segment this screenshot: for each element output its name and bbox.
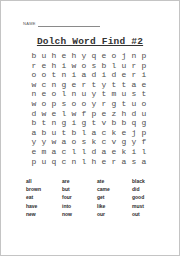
- grid-cell-r10c8[interactable]: c: [99, 137, 109, 147]
- grid-cell-r9c11[interactable]: j: [129, 128, 139, 138]
- grid-cell-r1c3[interactable]: h: [49, 51, 59, 61]
- grid-cell-r9c5[interactable]: b: [69, 128, 79, 138]
- grid-cell-r9c12[interactable]: p: [139, 128, 149, 138]
- word-list-item: our: [97, 210, 132, 218]
- grid-cell-r10c9[interactable]: v: [109, 137, 119, 147]
- grid-cell-r12c11[interactable]: s: [129, 157, 139, 167]
- grid-cell-r5c5[interactable]: n: [69, 89, 79, 99]
- grid-cell-r10c11[interactable]: y: [129, 137, 139, 147]
- grid-cell-r12c5[interactable]: n: [69, 157, 79, 167]
- grid-cell-r12c8[interactable]: e: [99, 157, 109, 167]
- worksheet-page: NAME Dolch Word Find #2 buhehyqeojnprehi…: [0, 0, 180, 256]
- grid-cell-r2c5[interactable]: w: [69, 61, 79, 71]
- grid-cell-r2c2[interactable]: e: [39, 61, 49, 71]
- grid-cell-r6c9[interactable]: g: [109, 99, 119, 109]
- grid-cell-r10c2[interactable]: y: [39, 137, 49, 147]
- grid-cell-r6c10[interactable]: t: [119, 99, 129, 109]
- word-list-item: into: [62, 202, 97, 210]
- grid-cell-r3c9[interactable]: d: [109, 70, 119, 80]
- grid-cell-r6c12[interactable]: o: [139, 99, 149, 109]
- grid-cell-r10c1[interactable]: y: [29, 137, 39, 147]
- grid-cell-r2c8[interactable]: b: [99, 61, 109, 71]
- grid-cell-r7c3[interactable]: e: [49, 109, 59, 119]
- word-list-item: ate: [97, 177, 132, 185]
- grid-cell-r12c9[interactable]: r: [109, 157, 119, 167]
- grid-cell-r9c3[interactable]: u: [49, 128, 59, 138]
- grid-cell-r2c7[interactable]: s: [89, 61, 99, 71]
- grid-cell-r8c10[interactable]: b: [119, 118, 129, 128]
- grid-cell-r7c11[interactable]: d: [129, 109, 139, 119]
- grid-cell-r1c7[interactable]: q: [89, 51, 99, 61]
- grid-cell-r7c4[interactable]: l: [59, 109, 69, 119]
- grid-cell-r5c9[interactable]: m: [109, 89, 119, 99]
- grid-cell-r12c3[interactable]: q: [49, 157, 59, 167]
- grid-cell-r11c12[interactable]: l: [139, 147, 149, 157]
- grid-cell-r8c9[interactable]: b: [109, 118, 119, 128]
- grid-cell-r10c5[interactable]: o: [69, 137, 79, 147]
- grid-cell-r5c1[interactable]: n: [29, 89, 39, 99]
- word-list-item: have: [26, 202, 62, 210]
- grid-cell-r7c12[interactable]: u: [139, 109, 149, 119]
- grid-cell-r5c10[interactable]: u: [119, 89, 129, 99]
- word-list-item: new: [26, 210, 62, 218]
- grid-cell-r10c4[interactable]: a: [59, 137, 69, 147]
- grid-cell-r8c11[interactable]: q: [129, 118, 139, 128]
- grid-cell-r11c10[interactable]: k: [119, 147, 129, 157]
- word-list-item: brown: [26, 185, 62, 193]
- grid-cell-r8c6[interactable]: g: [79, 118, 89, 128]
- grid-cell-r11c4[interactable]: c: [59, 147, 69, 157]
- grid-cell-r1c8[interactable]: e: [99, 51, 109, 61]
- grid-cell-r5c2[interactable]: e: [39, 89, 49, 99]
- grid-cell-r5c3[interactable]: o: [49, 89, 59, 99]
- grid-cell-r7c8[interactable]: e: [99, 109, 109, 119]
- grid-cell-r10c12[interactable]: f: [139, 137, 149, 147]
- grid-cell-r2c3[interactable]: h: [49, 61, 59, 71]
- grid-cell-r12c6[interactable]: l: [79, 157, 89, 167]
- grid-cell-r11c2[interactable]: m: [39, 147, 49, 157]
- grid-cell-r6c7[interactable]: y: [89, 99, 99, 109]
- grid-cell-r3c1[interactable]: o: [29, 70, 39, 80]
- grid-cell-r9c2[interactable]: b: [39, 128, 49, 138]
- grid-cell-r3c3[interactable]: t: [49, 70, 59, 80]
- grid-cell-r9c1[interactable]: a: [29, 128, 39, 138]
- word-list-item: out: [132, 210, 167, 218]
- grid-cell-r9c7[interactable]: a: [89, 128, 99, 138]
- grid-cell-r7c9[interactable]: z: [109, 109, 119, 119]
- grid-cell-r11c11[interactable]: i: [129, 147, 139, 157]
- grid-cell-r2c12[interactable]: p: [139, 61, 149, 71]
- grid-cell-r4c11[interactable]: a: [129, 80, 139, 90]
- grid-cell-r6c8[interactable]: r: [99, 99, 109, 109]
- grid-cell-r5c4[interactable]: l: [59, 89, 69, 99]
- grid-cell-r11c5[interactable]: l: [69, 147, 79, 157]
- grid-cell-r9c6[interactable]: l: [79, 128, 89, 138]
- grid-cell-r7c2[interactable]: w: [39, 109, 49, 119]
- grid-cell-r11c3[interactable]: a: [49, 147, 59, 157]
- grid-cell-r3c2[interactable]: o: [39, 70, 49, 80]
- grid-cell-r8c5[interactable]: i: [69, 118, 79, 128]
- grid-cell-r4c12[interactable]: e: [139, 80, 149, 90]
- grid-cell-r9c8[interactable]: c: [99, 128, 109, 138]
- grid-cell-r7c7[interactable]: p: [89, 109, 99, 119]
- grid-cell-r2c1[interactable]: r: [29, 61, 39, 71]
- grid-cell-r3c10[interactable]: e: [119, 70, 129, 80]
- grid-cell-r1c5[interactable]: h: [69, 51, 79, 61]
- word-list-item: good: [132, 193, 167, 201]
- grid-cell-r8c3[interactable]: n: [49, 118, 59, 128]
- grid-cell-r7c1[interactable]: d: [29, 109, 39, 119]
- grid-cell-r3c6[interactable]: a: [79, 70, 89, 80]
- grid-cell-r8c4[interactable]: g: [59, 118, 69, 128]
- grid-cell-r6c5[interactable]: o: [69, 99, 79, 109]
- grid-cell-r4c2[interactable]: c: [39, 80, 49, 90]
- grid-cell-r1c10[interactable]: j: [119, 51, 129, 61]
- grid-cell-r11c1[interactable]: e: [29, 147, 39, 157]
- grid-cell-r7c6[interactable]: f: [79, 109, 89, 119]
- grid-cell-r7c5[interactable]: w: [69, 109, 79, 119]
- grid-cell-r3c4[interactable]: n: [59, 70, 69, 80]
- grid-cell-r3c8[interactable]: i: [99, 70, 109, 80]
- grid-cell-r1c11[interactable]: n: [129, 51, 139, 61]
- grid-cell-r4c10[interactable]: t: [119, 80, 129, 90]
- name-input-line[interactable]: [38, 20, 100, 27]
- word-list-item: but: [62, 185, 97, 193]
- grid-cell-r12c1[interactable]: p: [29, 157, 39, 167]
- grid-cell-r4c7[interactable]: t: [89, 80, 99, 90]
- word-list-item: are: [62, 177, 97, 185]
- word-search-grid[interactable]: buhehyqeojnprehiwosblurpootniadideriwcng…: [29, 51, 149, 166]
- word-list-item: all: [26, 177, 62, 185]
- grid-cell-r1c2[interactable]: u: [39, 51, 49, 61]
- grid-cell-r5c11[interactable]: s: [129, 89, 139, 99]
- grid-cell-r6c4[interactable]: s: [59, 99, 69, 109]
- grid-cell-r9c10[interactable]: e: [119, 128, 129, 138]
- grid-cell-r4c9[interactable]: t: [109, 80, 119, 90]
- grid-cell-r6c6[interactable]: o: [79, 99, 89, 109]
- grid-cell-r2c4[interactable]: i: [59, 61, 69, 71]
- grid-cell-r1c4[interactable]: e: [59, 51, 69, 61]
- name-row: NAME: [23, 20, 100, 27]
- grid-cell-r9c9[interactable]: k: [109, 128, 119, 138]
- word-list-item: did: [132, 185, 167, 193]
- word-list-item: black: [132, 177, 167, 185]
- grid-cell-r12c7[interactable]: h: [89, 157, 99, 167]
- grid-cell-r2c11[interactable]: r: [129, 61, 139, 71]
- grid-cell-r5c7[interactable]: y: [89, 89, 99, 99]
- grid-cell-r4c5[interactable]: e: [69, 80, 79, 90]
- grid-cell-r4c4[interactable]: g: [59, 80, 69, 90]
- grid-cell-r12c12[interactable]: a: [139, 157, 149, 167]
- grid-cell-r5c6[interactable]: u: [79, 89, 89, 99]
- grid-cell-r6c11[interactable]: u: [129, 99, 139, 109]
- grid-cell-r8c2[interactable]: t: [39, 118, 49, 128]
- grid-cell-r5c8[interactable]: t: [99, 89, 109, 99]
- grid-cell-r6c2[interactable]: o: [39, 99, 49, 109]
- grid-cell-r10c3[interactable]: w: [49, 137, 59, 147]
- grid-cell-r9c4[interactable]: t: [59, 128, 69, 138]
- grid-cell-r11c6[interactable]: l: [79, 147, 89, 157]
- grid-cell-r8c8[interactable]: v: [99, 118, 109, 128]
- grid-cell-r10c10[interactable]: g: [119, 137, 129, 147]
- grid-cell-r3c12[interactable]: i: [139, 70, 149, 80]
- grid-cell-r5c12[interactable]: t: [139, 89, 149, 99]
- grid-cell-r4c6[interactable]: r: [79, 80, 89, 90]
- grid-cell-r2c10[interactable]: u: [119, 61, 129, 71]
- grid-cell-r12c4[interactable]: c: [59, 157, 69, 167]
- grid-cell-r2c9[interactable]: l: [109, 61, 119, 71]
- grid-cell-r11c9[interactable]: e: [109, 147, 119, 157]
- grid-cell-r4c1[interactable]: w: [29, 80, 39, 90]
- grid-cell-r3c7[interactable]: d: [89, 70, 99, 80]
- grid-cell-r6c3[interactable]: p: [49, 99, 59, 109]
- grid-cell-r8c12[interactable]: g: [139, 118, 149, 128]
- grid-cell-r10c6[interactable]: s: [79, 137, 89, 147]
- grid-cell-r12c2[interactable]: u: [39, 157, 49, 167]
- page-title: Dolch Word Find #2: [1, 36, 179, 47]
- grid-cell-r10c7[interactable]: k: [89, 137, 99, 147]
- word-list-item: eat: [26, 193, 62, 201]
- word-list: allareateblackbrownbutcamedideatfourgetg…: [26, 177, 167, 218]
- grid-cell-r4c3[interactable]: n: [49, 80, 59, 90]
- name-label: NAME: [23, 20, 36, 27]
- grid-cell-r1c9[interactable]: o: [109, 51, 119, 61]
- word-list-item: must: [132, 202, 167, 210]
- word-list-item: now: [62, 210, 97, 218]
- grid-cell-r4c8[interactable]: y: [99, 80, 109, 90]
- word-list-item: get: [97, 193, 132, 201]
- grid-cell-r12c10[interactable]: a: [119, 157, 129, 167]
- word-list-item: came: [97, 185, 132, 193]
- grid-cell-r3c11[interactable]: r: [129, 70, 139, 80]
- grid-cell-r8c1[interactable]: b: [29, 118, 39, 128]
- grid-cell-r1c12[interactable]: p: [139, 51, 149, 61]
- grid-cell-r2c6[interactable]: o: [79, 61, 89, 71]
- grid-cell-r3c5[interactable]: i: [69, 70, 79, 80]
- grid-cell-r6c1[interactable]: w: [29, 99, 39, 109]
- grid-cell-r11c7[interactable]: d: [89, 147, 99, 157]
- word-list-item: four: [62, 193, 97, 201]
- word-list-item: like: [97, 202, 132, 210]
- grid-cell-r8c7[interactable]: t: [89, 118, 99, 128]
- grid-cell-r11c8[interactable]: a: [99, 147, 109, 157]
- grid-cell-r1c1[interactable]: b: [29, 51, 39, 61]
- grid-cell-r1c6[interactable]: y: [79, 51, 89, 61]
- grid-cell-r7c10[interactable]: h: [119, 109, 129, 119]
